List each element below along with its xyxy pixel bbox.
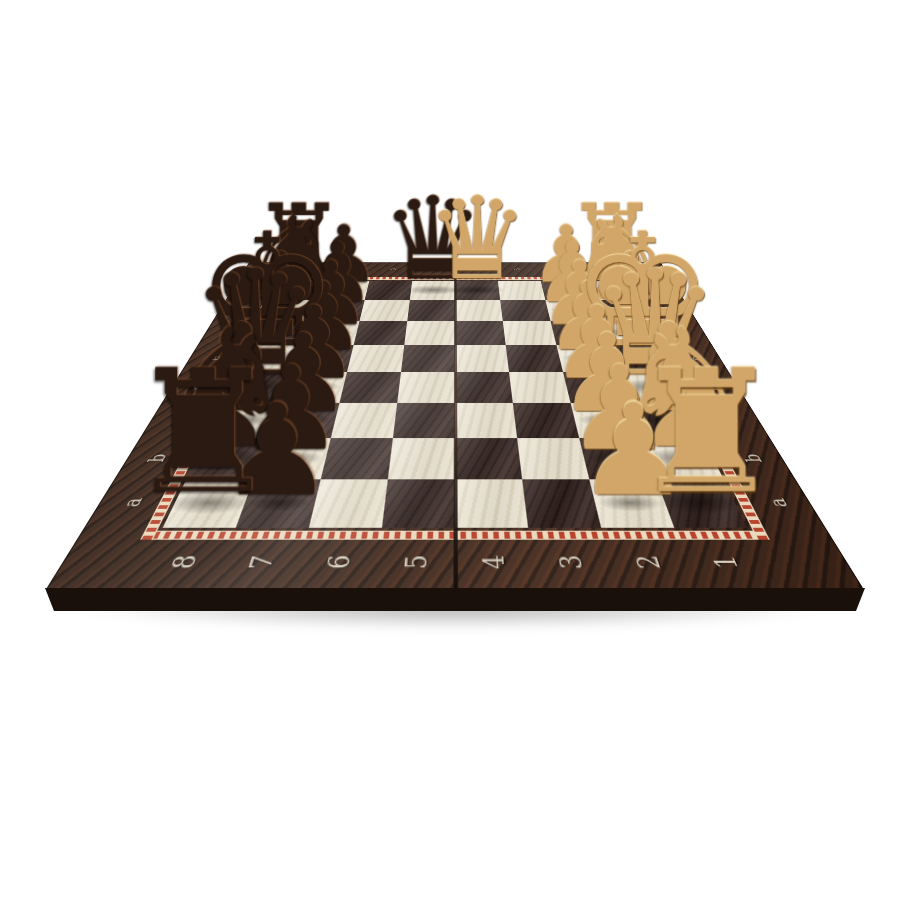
rank-label-5-far: 5: [429, 268, 439, 270]
square-b4: [455, 438, 522, 479]
rank-label-2-far: 2: [553, 268, 564, 270]
rank-label-2-near: 2: [629, 555, 668, 570]
rank-label-3-near: 3: [553, 555, 590, 570]
square-a4: [455, 479, 528, 527]
square-g4: [455, 300, 503, 321]
rank-label-4-far: 4: [471, 268, 481, 270]
square-e4: [455, 345, 509, 372]
square-f4: [455, 321, 506, 345]
rank-label-4-near: 4: [476, 555, 511, 570]
square-c5: [393, 403, 455, 438]
chess-board: 8765432187654321abcdefghabcdefgh ♜♟♛♛♟♜♞…: [45, 262, 864, 590]
square-e5: [401, 345, 455, 372]
rank-label-6-far: 6: [388, 268, 398, 270]
square-g6: [359, 300, 409, 321]
square-c4: [455, 403, 517, 438]
square-d4: [455, 372, 513, 403]
rank-label-5-near: 5: [399, 555, 434, 570]
square-f5: [404, 321, 455, 345]
square-g5: [407, 300, 455, 321]
product-photo-stage: 8765432187654321abcdefghabcdefgh ♜♟♛♛♟♜♞…: [0, 0, 900, 900]
piece-light-rook-a1: ♜: [621, 347, 791, 517]
square-g3: [500, 300, 550, 321]
square-h5: [410, 281, 455, 300]
rank-label-1-near: 1: [705, 555, 746, 570]
rank-label-8-near: 8: [164, 555, 205, 570]
square-b5: [388, 438, 455, 479]
rank-label-3-far: 3: [512, 268, 522, 270]
perspective-scene: 8765432187654321abcdefghabcdefgh ♜♟♛♛♟♜♞…: [0, 0, 900, 900]
rank-label-6-near: 6: [320, 555, 357, 570]
rope-inlay-near: [140, 531, 770, 540]
square-h6: [365, 281, 412, 300]
square-h4: [455, 281, 500, 300]
piece-dark-rook-a8: ♜: [118, 347, 288, 517]
square-h3: [498, 281, 545, 300]
square-a5: [382, 479, 455, 527]
square-d5: [397, 372, 455, 403]
rank-label-7-near: 7: [242, 555, 281, 570]
rank-label-7-far: 7: [346, 268, 357, 270]
